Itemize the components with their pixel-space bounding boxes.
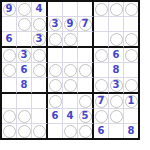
cell-r2c9[interactable] bbox=[124, 17, 138, 32]
given-digit: 8 bbox=[128, 126, 135, 136]
cell-r4c4[interactable] bbox=[48, 48, 63, 63]
odd-mark-circle bbox=[110, 110, 123, 123]
given-digit: 4 bbox=[36, 4, 43, 14]
odd-mark-circle bbox=[3, 125, 16, 138]
cell-r8c9[interactable] bbox=[124, 109, 138, 124]
cell-r3c9[interactable] bbox=[124, 32, 138, 48]
odd-mark-circle bbox=[18, 3, 31, 16]
cell-r6c8[interactable]: 3 bbox=[109, 78, 124, 94]
cell-r2c8[interactable] bbox=[109, 17, 124, 32]
cell-r8c1[interactable] bbox=[2, 109, 17, 124]
cell-r9c8[interactable] bbox=[109, 124, 124, 138]
cell-r6c9[interactable] bbox=[124, 78, 138, 94]
given-digit: 9 bbox=[6, 4, 13, 14]
odd-mark-circle bbox=[110, 95, 123, 108]
odd-mark-circle bbox=[33, 18, 46, 31]
odd-mark-circle bbox=[64, 125, 77, 138]
odd-mark-circle bbox=[125, 3, 138, 16]
sudoku-board: 94397633668837164568 bbox=[0, 0, 140, 140]
given-digit: 9 bbox=[67, 19, 74, 29]
cell-r3c6[interactable] bbox=[78, 32, 94, 48]
cell-r7c2[interactable] bbox=[17, 94, 32, 109]
cell-r7c5[interactable] bbox=[63, 94, 78, 109]
cell-r9c6[interactable] bbox=[78, 124, 94, 138]
cell-r5c9[interactable] bbox=[124, 63, 138, 78]
given-digit: 3 bbox=[36, 34, 43, 44]
cell-r9c2[interactable] bbox=[17, 124, 32, 138]
odd-mark-circle bbox=[3, 110, 16, 123]
cell-r5c7[interactable] bbox=[94, 63, 109, 78]
cell-r7c9[interactable]: 1 bbox=[124, 94, 138, 109]
odd-mark-circle bbox=[3, 49, 16, 62]
given-digit: 5 bbox=[82, 111, 89, 121]
odd-mark-circle bbox=[33, 49, 46, 62]
cell-r4c7[interactable] bbox=[94, 48, 109, 63]
cell-r4c5[interactable] bbox=[63, 48, 78, 63]
odd-mark-circle bbox=[64, 79, 77, 92]
cell-r1c4[interactable] bbox=[48, 2, 63, 17]
given-digit: 3 bbox=[21, 50, 28, 60]
cell-r8c2[interactable] bbox=[17, 109, 32, 124]
cell-r2c7[interactable] bbox=[94, 17, 109, 32]
odd-mark-circle bbox=[18, 125, 31, 138]
cell-r9c9[interactable]: 8 bbox=[124, 124, 138, 138]
odd-mark-circle bbox=[49, 64, 62, 77]
given-digit: 7 bbox=[98, 96, 105, 106]
odd-mark-circle bbox=[64, 64, 77, 77]
cell-r3c3[interactable]: 3 bbox=[32, 32, 48, 48]
cell-r8c6[interactable]: 5 bbox=[78, 109, 94, 124]
odd-mark-circle bbox=[18, 18, 31, 31]
odd-mark-circle bbox=[95, 79, 108, 92]
cell-r5c4[interactable] bbox=[48, 63, 63, 78]
odd-mark-circle bbox=[33, 125, 46, 138]
given-digit: 6 bbox=[52, 111, 59, 121]
cell-r5c5[interactable] bbox=[63, 63, 78, 78]
cell-r9c5[interactable] bbox=[63, 124, 78, 138]
cell-r2c4[interactable]: 3 bbox=[48, 17, 63, 32]
odd-mark-circle bbox=[79, 95, 92, 108]
odd-mark-circle bbox=[125, 79, 138, 92]
given-digit: 6 bbox=[21, 65, 28, 75]
cell-r8c8[interactable] bbox=[109, 109, 124, 124]
cell-r5c6[interactable] bbox=[78, 63, 94, 78]
cell-r6c4[interactable] bbox=[48, 78, 63, 94]
cell-r5c3[interactable] bbox=[32, 63, 48, 78]
given-digit: 8 bbox=[21, 80, 28, 90]
odd-mark-circle bbox=[79, 125, 92, 138]
cell-r1c7[interactable] bbox=[94, 2, 109, 17]
given-digit: 8 bbox=[113, 65, 120, 75]
cell-r9c3[interactable] bbox=[32, 124, 48, 138]
cell-r3c8[interactable] bbox=[109, 32, 124, 48]
cell-r4c2[interactable]: 3 bbox=[17, 48, 32, 63]
cell-r9c1[interactable] bbox=[2, 124, 17, 138]
odd-mark-circle bbox=[79, 64, 92, 77]
cell-r9c7[interactable]: 6 bbox=[94, 124, 109, 138]
cell-r8c4[interactable]: 6 bbox=[48, 109, 63, 124]
cell-r8c5[interactable]: 4 bbox=[63, 109, 78, 124]
cell-r2c3[interactable] bbox=[32, 17, 48, 32]
cell-r5c8[interactable]: 8 bbox=[109, 63, 124, 78]
cell-r7c4[interactable] bbox=[48, 94, 63, 109]
cell-r6c5[interactable] bbox=[63, 78, 78, 94]
cell-r6c3[interactable] bbox=[32, 78, 48, 94]
odd-mark-circle bbox=[18, 110, 31, 123]
odd-mark-circle bbox=[125, 49, 138, 62]
cell-r1c6[interactable] bbox=[78, 2, 94, 17]
cell-r9c4[interactable] bbox=[48, 124, 63, 138]
cell-r2c5[interactable]: 9 bbox=[63, 17, 78, 32]
odd-mark-circle bbox=[49, 33, 62, 46]
cell-r6c7[interactable] bbox=[94, 78, 109, 94]
given-digit: 6 bbox=[113, 50, 120, 60]
given-digit: 3 bbox=[52, 19, 59, 29]
cell-r7c1[interactable] bbox=[2, 94, 17, 109]
odd-mark-circle bbox=[110, 33, 123, 46]
cell-r3c2[interactable] bbox=[17, 32, 32, 48]
given-digit: 7 bbox=[82, 19, 89, 29]
cell-r1c9[interactable] bbox=[124, 2, 138, 17]
cell-r7c7[interactable]: 7 bbox=[94, 94, 109, 109]
odd-mark-circle bbox=[95, 110, 108, 123]
cell-r6c6[interactable] bbox=[78, 78, 94, 94]
cell-r6c2[interactable]: 8 bbox=[17, 78, 32, 94]
cell-r2c2[interactable] bbox=[17, 17, 32, 32]
given-digit: 4 bbox=[67, 111, 74, 121]
cell-r4c8[interactable]: 6 bbox=[109, 48, 124, 63]
odd-mark-circle bbox=[49, 79, 62, 92]
cell-r5c2[interactable]: 6 bbox=[17, 63, 32, 78]
cell-r5c1[interactable] bbox=[2, 63, 17, 78]
cell-r7c6[interactable] bbox=[78, 94, 94, 109]
cell-r7c3[interactable] bbox=[32, 94, 48, 109]
odd-mark-circle bbox=[64, 33, 77, 46]
given-digit: 1 bbox=[128, 96, 135, 106]
cell-r4c1[interactable] bbox=[2, 48, 17, 63]
cell-r1c1[interactable]: 9 bbox=[2, 2, 17, 17]
cell-r4c3[interactable] bbox=[32, 48, 48, 63]
odd-mark-circle bbox=[125, 33, 138, 46]
cell-r2c1[interactable] bbox=[2, 17, 17, 32]
odd-mark-circle bbox=[95, 3, 108, 16]
odd-mark-circle bbox=[33, 64, 46, 77]
cell-r6c1[interactable] bbox=[2, 78, 17, 94]
odd-mark-circle bbox=[95, 49, 108, 62]
cell-r3c7[interactable] bbox=[94, 32, 109, 48]
cell-r1c2[interactable] bbox=[17, 2, 32, 17]
cell-r1c3[interactable]: 4 bbox=[32, 2, 48, 17]
cell-r4c6[interactable] bbox=[78, 48, 94, 63]
cell-r1c8[interactable] bbox=[109, 2, 124, 17]
odd-mark-circle bbox=[3, 64, 16, 77]
cell-r3c1[interactable]: 6 bbox=[2, 32, 17, 48]
cell-r8c7[interactable] bbox=[94, 109, 109, 124]
cell-r4c9[interactable] bbox=[124, 48, 138, 63]
cell-r3c4[interactable] bbox=[48, 32, 63, 48]
cell-r7c8[interactable] bbox=[109, 94, 124, 109]
odd-mark-circle bbox=[49, 95, 62, 108]
odd-mark-circle bbox=[110, 3, 123, 16]
cell-r2c6[interactable]: 7 bbox=[78, 17, 94, 32]
given-digit: 6 bbox=[98, 126, 105, 136]
given-digit: 6 bbox=[6, 34, 13, 44]
cell-r1c5[interactable] bbox=[63, 2, 78, 17]
cell-r8c3[interactable] bbox=[32, 109, 48, 124]
given-digit: 3 bbox=[113, 80, 120, 90]
cell-r3c5[interactable] bbox=[63, 32, 78, 48]
